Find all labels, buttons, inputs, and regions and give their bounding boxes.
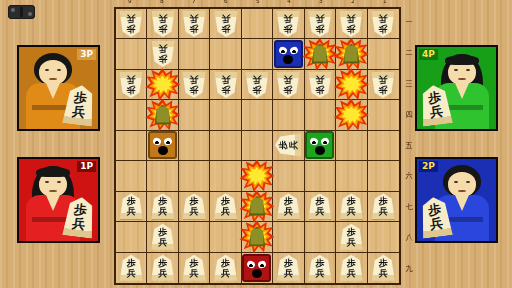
monster-mouth — [283, 55, 293, 64]
board-cell-3七[interactable]: 歩兵 — [305, 192, 336, 222]
pawn-piece[interactable]: 歩兵 — [119, 193, 143, 219]
character-mouth — [49, 190, 57, 192]
pawn-kanji-bottom: 兵 — [158, 206, 167, 216]
board-cell-4七[interactable]: 歩兵 — [273, 192, 304, 222]
board-cell-3一[interactable]: 歩兵 — [305, 9, 336, 39]
pawn-kanji-top: 歩 — [252, 85, 261, 95]
pawn-piece[interactable]: 歩兵 — [151, 41, 175, 67]
board-cell-5五[interactable] — [242, 131, 273, 161]
pawn-kanji-bottom: 兵 — [429, 104, 444, 119]
pawn-piece[interactable]: 歩兵 — [371, 11, 395, 37]
pawn-kanji-top: 歩 — [190, 85, 199, 95]
rank-label-六: 六 — [404, 165, 414, 190]
board-cell-5四[interactable] — [242, 100, 273, 130]
pawn-kanji-bottom: 兵 — [127, 206, 136, 216]
pawn-kanji-top: 歩 — [158, 196, 167, 206]
pawn-kanji-bottom: 兵 — [315, 206, 324, 216]
explosion-mid — [149, 72, 176, 97]
pawn-kanji-bottom: 兵 — [221, 14, 230, 24]
pawn-kanji-bottom: 兵 — [190, 268, 199, 278]
explosion-outer — [334, 99, 369, 132]
board-cell-3四[interactable] — [305, 100, 336, 130]
pawn-kanji-top: 歩 — [158, 258, 167, 268]
board-cell-1一[interactable]: 歩兵 — [368, 9, 399, 39]
board-cell-9三[interactable]: 歩兵 — [116, 70, 147, 100]
pawn-kanji-top: 歩 — [190, 258, 199, 268]
character-face — [448, 172, 476, 197]
pawn-kanji-top: 歩 — [379, 24, 388, 34]
player-badge-4p: 4P — [419, 49, 438, 60]
file-label-9: 9 — [118, 0, 141, 5]
board-cell-5一[interactable] — [242, 9, 273, 39]
board-cell-1九[interactable]: 歩兵 — [368, 253, 399, 283]
pawn-kanji-top: 歩 — [190, 196, 199, 206]
pawn-piece[interactable]: 歩兵 — [276, 255, 300, 281]
board-cell-7三[interactable]: 歩兵 — [179, 70, 210, 100]
pawn-piece[interactable]: 歩兵 — [308, 11, 332, 37]
pawn-kanji-bottom: 兵 — [127, 75, 136, 85]
pawn-kanji-top: 歩 — [379, 258, 388, 268]
explosion-outer — [145, 68, 180, 101]
explosion-mid — [243, 163, 270, 188]
pawn-kanji-bottom: 兵 — [190, 206, 199, 216]
character-mouth — [49, 78, 57, 80]
board-cell-9四[interactable] — [116, 100, 147, 130]
pawn-piece[interactable]: 歩兵 — [119, 255, 143, 281]
pawn-kanji-bottom: 兵 — [288, 141, 298, 150]
file-label-7: 7 — [182, 0, 205, 5]
board-cell-9六[interactable] — [116, 161, 147, 191]
board-cell-8七[interactable]: 歩兵 — [147, 192, 178, 222]
pawn-piece[interactable]: 歩兵 — [151, 224, 175, 250]
pawn-piece[interactable]: 歩兵 — [276, 72, 300, 98]
board-cell-2九[interactable]: 歩兵 — [336, 253, 367, 283]
rank-coordinate-labels: 一二三四五六七八九 — [403, 7, 415, 285]
board-cell-1四[interactable] — [368, 100, 399, 130]
board-cell-9二[interactable] — [116, 39, 147, 69]
monster-eye-right — [320, 137, 330, 146]
board-cell-3五[interactable] — [305, 131, 336, 161]
pawn-piece[interactable]: 歩兵 — [371, 255, 395, 281]
monster-eye-right — [289, 46, 299, 55]
pawn-piece[interactable]: 歩兵 — [339, 11, 363, 37]
board-cell-1五[interactable] — [368, 131, 399, 161]
pawn-kanji-top: 歩 — [221, 258, 230, 268]
pawn-kanji-bottom: 兵 — [158, 14, 167, 24]
board-cell-5九[interactable] — [242, 253, 273, 283]
board-cell-2二[interactable] — [336, 39, 367, 69]
player-portrait-2p: 2P 歩 兵 — [415, 157, 498, 243]
character-mouth — [458, 78, 466, 80]
board-cell-6六[interactable] — [210, 161, 241, 191]
board-cell-7九[interactable]: 歩兵 — [179, 253, 210, 283]
board-cell-1七[interactable]: 歩兵 — [368, 192, 399, 222]
pawn-piece[interactable]: 歩兵 — [151, 255, 175, 281]
pawn-kanji-bottom: 兵 — [347, 14, 356, 24]
board-cell-6一[interactable]: 歩兵 — [210, 9, 241, 39]
pawn-kanji-bottom: 兵 — [221, 268, 230, 278]
pawn-piece[interactable]: 歩兵 — [182, 11, 206, 37]
monster-eye-right — [163, 137, 173, 146]
board-cell-4四[interactable] — [273, 100, 304, 130]
board-cell-2四[interactable] — [336, 100, 367, 130]
pawn-kanji-top: 歩 — [221, 24, 230, 34]
pawn-kanji-bottom: 兵 — [158, 237, 167, 247]
pawn-kanji-bottom: 兵 — [379, 75, 388, 85]
board-cell-4八[interactable] — [273, 222, 304, 252]
pawn-kanji-top: 歩 — [315, 196, 324, 206]
board-cell-6三[interactable]: 歩兵 — [210, 70, 241, 100]
board-cell-3九[interactable]: 歩兵 — [305, 253, 336, 283]
player-portrait-4p: 4P 歩 兵 — [415, 45, 498, 131]
pawn-kanji-bottom: 兵 — [190, 75, 199, 85]
explosion-core — [341, 76, 361, 94]
explosion-core — [247, 167, 267, 185]
monster-mouth — [315, 146, 325, 155]
file-coordinate-labels: 987654321 — [114, 0, 401, 7]
character-face — [39, 60, 67, 85]
nintendo-switch-controller-icon — [8, 5, 35, 19]
pawn-piece[interactable]: 歩兵 — [214, 193, 238, 219]
pawn-kanji-bottom: 兵 — [284, 268, 293, 278]
board-cell-7一[interactable]: 歩兵 — [179, 9, 210, 39]
pawn-kanji-bottom: 兵 — [158, 268, 167, 278]
board-cell-6四[interactable] — [210, 100, 241, 130]
monster-eye-left — [246, 260, 256, 269]
board-cell-8五[interactable] — [147, 131, 178, 161]
board-cell-4九[interactable]: 歩兵 — [273, 253, 304, 283]
pawn-kanji-top: 歩 — [284, 85, 293, 95]
pawn-piece[interactable]: 歩兵 — [245, 72, 269, 98]
character-fringe — [36, 167, 70, 177]
board-cell-9五[interactable] — [116, 131, 147, 161]
pawn-piece[interactable]: 歩兵 — [119, 11, 143, 37]
explosion-outer — [334, 68, 369, 101]
board-cell-2三[interactable] — [336, 70, 367, 100]
board-cell-7五[interactable] — [179, 131, 210, 161]
pawn-kanji-top: 歩 — [284, 24, 293, 34]
pawn-kanji-bottom: 兵 — [315, 75, 324, 85]
pawn-piece[interactable]: 歩兵 — [214, 11, 238, 37]
pawn-kanji-bottom: 兵 — [71, 104, 86, 119]
explosion-outer — [239, 159, 274, 192]
player-portrait-3p: 3P 歩 兵 — [17, 45, 100, 131]
pawn-piece[interactable]: 歩兵 — [339, 224, 363, 250]
pawn-piece[interactable]: 歩兵 — [339, 255, 363, 281]
pawn-piece[interactable]: 歩兵 — [119, 72, 143, 98]
pawn-kanji-top: 歩 — [347, 24, 356, 34]
board-cell-5八[interactable] — [242, 222, 273, 252]
player-portrait-1p: 1P 歩 兵 — [17, 157, 100, 243]
shogi-board[interactable]: 歩兵歩兵歩兵歩兵歩兵歩兵歩兵歩兵歩兵歩兵歩兵歩兵歩兵歩兵歩兵歩兵歩兵歩兵歩兵歩兵… — [114, 7, 401, 285]
board-cell-9七[interactable]: 歩兵 — [116, 192, 147, 222]
player-badge-3p: 3P — [77, 49, 96, 60]
avatar-monster-orange-3p[interactable] — [148, 131, 177, 159]
board-cell-7四[interactable] — [179, 100, 210, 130]
pawn-kanji-top: 歩 — [379, 85, 388, 95]
explosion-mid — [338, 72, 365, 97]
board-cell-6八[interactable] — [210, 222, 241, 252]
pawn-kanji-bottom: 兵 — [252, 75, 261, 85]
pawn-piece[interactable]: 歩兵 — [275, 133, 301, 157]
controller-body — [20, 7, 23, 17]
pawn-piece[interactable]: 歩兵 — [182, 72, 206, 98]
board-cell-7七[interactable]: 歩兵 — [179, 192, 210, 222]
rank-label-八: 八 — [404, 226, 414, 251]
pawn-kanji-top: 歩 — [315, 24, 324, 34]
file-label-6: 6 — [214, 0, 237, 5]
board-cell-2六[interactable] — [336, 161, 367, 191]
board-cell-7六[interactable] — [179, 161, 210, 191]
pawn-kanji-top: 歩 — [158, 54, 167, 64]
file-label-4: 4 — [278, 0, 301, 5]
pawn-piece[interactable]: 歩兵 — [214, 72, 238, 98]
board-cell-2五[interactable] — [336, 131, 367, 161]
pawn-kanji-bottom: 兵 — [190, 14, 199, 24]
explosion-core — [341, 106, 361, 124]
board-cell-3六[interactable] — [305, 161, 336, 191]
board-cell-6七[interactable]: 歩兵 — [210, 192, 241, 222]
board-cell-6九[interactable]: 歩兵 — [210, 253, 241, 283]
pawn-kanji-bottom: 兵 — [284, 14, 293, 24]
explosion-core — [153, 76, 173, 94]
avatar-monster-blue-2p[interactable] — [274, 40, 303, 68]
pawn-kanji-top: 歩 — [158, 24, 167, 34]
board-cell-4三[interactable]: 歩兵 — [273, 70, 304, 100]
player-badge-2p: 2P — [419, 161, 438, 172]
board-cell-8一[interactable]: 歩兵 — [147, 9, 178, 39]
pawn-piece[interactable]: 歩兵 — [308, 255, 332, 281]
monster-eye-left — [278, 46, 288, 55]
board-cell-8二[interactable]: 歩兵 — [147, 39, 178, 69]
rank-label-七: 七 — [404, 195, 414, 220]
board-cell-6二[interactable] — [210, 39, 241, 69]
character-fringe — [445, 55, 479, 65]
player-badge-1p: 1P — [77, 161, 96, 172]
rank-label-一: 一 — [404, 10, 414, 35]
rank-label-三: 三 — [404, 72, 414, 97]
pawn-piece[interactable]: 歩兵 — [371, 193, 395, 219]
pawn-kanji-bottom: 兵 — [284, 206, 293, 216]
pawn-piece[interactable]: 歩兵 — [151, 193, 175, 219]
pawn-piece[interactable]: 歩兵 — [276, 193, 300, 219]
board-cell-5三[interactable]: 歩兵 — [242, 70, 273, 100]
pawn-kanji-top: 歩 — [379, 196, 388, 206]
board-cell-4五[interactable]: 歩兵 — [273, 131, 304, 161]
board-cell-4一[interactable]: 歩兵 — [273, 9, 304, 39]
board-cell-3八[interactable] — [305, 222, 336, 252]
pawn-kanji-bottom: 兵 — [71, 216, 86, 231]
board-cell-5七[interactable] — [242, 192, 273, 222]
file-label-5: 5 — [246, 0, 269, 5]
board-cell-7八[interactable] — [179, 222, 210, 252]
board-cell-9一[interactable]: 歩兵 — [116, 9, 147, 39]
pawn-kanji-top: 歩 — [284, 258, 293, 268]
board-cell-1二[interactable] — [368, 39, 399, 69]
pawn-kanji-bottom: 兵 — [127, 14, 136, 24]
board-cell-9八[interactable] — [116, 222, 147, 252]
board-cell-1三[interactable]: 歩兵 — [368, 70, 399, 100]
board-cell-4六[interactable] — [273, 161, 304, 191]
board-cell-8六[interactable] — [147, 161, 178, 191]
pawn-kanji-bottom: 兵 — [379, 14, 388, 24]
board-cell-5六[interactable] — [242, 161, 273, 191]
file-label-8: 8 — [150, 0, 173, 5]
pawn-piece[interactable]: 歩兵 — [151, 11, 175, 37]
pawn-kanji-top: 歩 — [347, 258, 356, 268]
pawn-kanji-bottom: 兵 — [379, 268, 388, 278]
board-cell-5二[interactable] — [242, 39, 273, 69]
board-cell-2一[interactable]: 歩兵 — [336, 9, 367, 39]
monster-eye-left — [152, 137, 162, 146]
pawn-piece[interactable]: 歩兵 — [308, 193, 332, 219]
board-cell-4二[interactable] — [273, 39, 304, 69]
monster-mouth — [252, 269, 262, 278]
rank-label-二: 二 — [404, 41, 414, 66]
pawn-piece[interactable]: 歩兵 — [308, 72, 332, 98]
pawn-kanji-top: 歩 — [158, 227, 167, 237]
pawn-kanji-bottom: 兵 — [315, 14, 324, 24]
pawn-kanji-top: 歩 — [221, 85, 230, 95]
game-screen: 987654321 一二三四五六七八九 歩兵歩兵歩兵歩兵歩兵歩兵歩兵歩兵歩兵歩兵… — [0, 0, 512, 288]
pawn-kanji-bottom: 兵 — [347, 206, 356, 216]
board-cell-8八[interactable]: 歩兵 — [147, 222, 178, 252]
monster-eye-left — [309, 137, 319, 146]
avatar-monster-red-1p[interactable] — [242, 254, 271, 282]
file-label-1: 1 — [374, 0, 397, 5]
board-cell-9九[interactable]: 歩兵 — [116, 253, 147, 283]
board-cell-1六[interactable] — [368, 161, 399, 191]
file-label-3: 3 — [310, 0, 333, 5]
board-cell-2七[interactable]: 歩兵 — [336, 192, 367, 222]
pawn-kanji-bottom: 兵 — [315, 268, 324, 278]
pawn-piece[interactable]: 歩兵 — [276, 11, 300, 37]
explosion-burning-piece — [239, 219, 275, 254]
rank-label-五: 五 — [404, 134, 414, 159]
rank-label-九: 九 — [404, 257, 414, 282]
pawn-kanji-bottom: 兵 — [158, 44, 167, 54]
pawn-piece[interactable]: 歩兵 — [339, 193, 363, 219]
explosion-burst — [333, 97, 369, 132]
pawn-kanji-bottom: 兵 — [347, 237, 356, 247]
board-cell-8九[interactable]: 歩兵 — [147, 253, 178, 283]
pawn-kanji-bottom: 兵 — [221, 206, 230, 216]
pawn-piece[interactable]: 歩兵 — [371, 72, 395, 98]
board-cell-7二[interactable] — [179, 39, 210, 69]
pawn-kanji-bottom: 兵 — [221, 75, 230, 85]
board-cell-2八[interactable]: 歩兵 — [336, 222, 367, 252]
pawn-kanji-bottom: 兵 — [284, 75, 293, 85]
pawn-kanji-top: 歩 — [127, 196, 136, 206]
pawn-piece[interactable]: 歩兵 — [214, 255, 238, 281]
explosion-burning-piece — [144, 97, 180, 132]
explosion-mid — [338, 103, 365, 128]
board-cell-8三[interactable] — [147, 70, 178, 100]
board-cell-6五[interactable] — [210, 131, 241, 161]
rank-label-四: 四 — [404, 103, 414, 128]
pawn-kanji-top: 歩 — [127, 85, 136, 95]
character-mouth — [458, 190, 466, 192]
pawn-piece[interactable]: 歩兵 — [182, 193, 206, 219]
pawn-kanji-top: 歩 — [347, 227, 356, 237]
board-cell-8四[interactable] — [147, 100, 178, 130]
pawn-kanji-top: 歩 — [190, 24, 199, 34]
board-cell-3二[interactable] — [305, 39, 336, 69]
pawn-kanji-top: 歩 — [284, 196, 293, 206]
file-label-2: 2 — [342, 0, 365, 5]
pawn-kanji-bottom: 兵 — [127, 268, 136, 278]
board-cell-1八[interactable] — [368, 222, 399, 252]
pawn-kanji-top: 歩 — [221, 196, 230, 206]
avatar-monster-green-4p[interactable] — [305, 131, 334, 159]
pawn-kanji-top: 歩 — [315, 258, 324, 268]
pawn-kanji-bottom: 兵 — [429, 216, 444, 231]
pawn-kanji-bottom: 兵 — [347, 268, 356, 278]
board-cell-3三[interactable]: 歩兵 — [305, 70, 336, 100]
monster-mouth — [158, 146, 168, 155]
pawn-kanji-top: 歩 — [278, 141, 288, 150]
pawn-kanji-top: 歩 — [127, 258, 136, 268]
pawn-kanji-bottom: 兵 — [379, 206, 388, 216]
pawn-kanji-top: 歩 — [315, 85, 324, 95]
pawn-piece[interactable]: 歩兵 — [182, 255, 206, 281]
pawn-kanji-top: 歩 — [127, 24, 136, 34]
monster-eye-right — [257, 260, 267, 269]
pawn-kanji-top: 歩 — [347, 196, 356, 206]
